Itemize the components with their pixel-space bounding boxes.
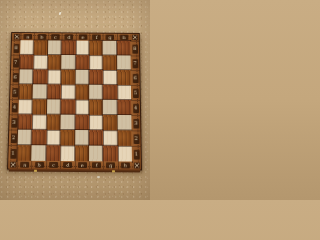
- coord-glyph: 3: [134, 121, 137, 126]
- square-g7: [103, 55, 117, 70]
- square-f5: [89, 85, 103, 100]
- coord-block: 4: [11, 102, 17, 112]
- square-d8: [62, 41, 76, 56]
- coord-right-5: 5: [131, 85, 140, 100]
- coord-glyph: f: [96, 35, 98, 40]
- square-b3: [32, 114, 46, 129]
- square-a6: [19, 69, 33, 84]
- coord-top-d: d: [62, 33, 76, 40]
- square-f2: [89, 130, 103, 146]
- coord-glyph: g: [109, 35, 112, 40]
- corner-ornament: [12, 33, 21, 40]
- coord-block: c: [49, 162, 58, 168]
- corner-ornament: [130, 34, 139, 41]
- coord-glyph: 6: [14, 75, 17, 80]
- square-e6: [75, 70, 89, 85]
- coord-block: c: [51, 34, 60, 39]
- coord-glyph: 1: [11, 151, 14, 156]
- coord-glyph: b: [38, 162, 41, 167]
- square-h8: [117, 41, 131, 56]
- square-f4: [89, 100, 103, 115]
- coord-block: 6: [12, 73, 18, 82]
- coord-top-g: g: [103, 34, 117, 41]
- square-b8: [34, 40, 48, 55]
- coord-right-8: 8: [130, 41, 139, 56]
- coord-glyph: 2: [12, 135, 15, 140]
- coord-bottom-h: h: [118, 161, 132, 169]
- square-c4: [47, 99, 61, 114]
- square-e1: [75, 145, 89, 161]
- coord-bottom-d: d: [60, 161, 74, 169]
- coord-bottom-c: c: [46, 161, 60, 169]
- square-h3: [117, 115, 131, 130]
- coord-glyph: 4: [134, 106, 137, 111]
- square-f3: [89, 115, 103, 130]
- square-d6: [61, 70, 75, 85]
- square-h2: [117, 130, 131, 146]
- coord-block: 4: [133, 103, 139, 113]
- coord-block: a: [20, 162, 29, 168]
- coord-glyph: d: [66, 163, 69, 168]
- coord-block: g: [106, 162, 115, 168]
- coord-glyph: g: [109, 163, 112, 168]
- coord-glyph: 5: [13, 90, 16, 95]
- coord-right-2: 2: [131, 130, 140, 146]
- coord-block: 5: [132, 88, 138, 97]
- coord-block: 2: [10, 133, 16, 143]
- coord-glyph: 8: [14, 46, 17, 51]
- square-h7: [117, 55, 131, 70]
- square-d2: [60, 130, 74, 146]
- coord-block: b: [35, 162, 44, 168]
- coord-glyph: 3: [12, 120, 15, 125]
- square-g8: [103, 41, 117, 56]
- coord-left-8: 8: [11, 40, 20, 55]
- coord-block: 2: [133, 134, 139, 144]
- square-g6: [103, 70, 117, 85]
- coord-glyph: b: [40, 35, 43, 40]
- corner-ornament: [8, 161, 17, 169]
- coord-right-1: 1: [132, 146, 141, 162]
- coord-top-a: a: [21, 33, 35, 40]
- coord-top-h: h: [117, 34, 131, 41]
- square-g2: [103, 130, 117, 146]
- square-h5: [117, 85, 131, 100]
- rosette-icon: [10, 162, 16, 168]
- square-b5: [33, 84, 47, 99]
- coord-left-5: 5: [10, 84, 19, 99]
- chess-board: abcdefgh8877665544332211abcdefgh: [7, 32, 142, 170]
- coord-glyph: f: [96, 163, 98, 168]
- square-b1: [32, 145, 47, 161]
- coord-glyph: e: [81, 163, 84, 168]
- coord-block: 8: [132, 44, 138, 53]
- square-a3: [18, 114, 33, 129]
- square-f8: [89, 41, 103, 56]
- coord-left-6: 6: [11, 69, 20, 84]
- coord-block: 1: [10, 148, 16, 158]
- rosette-icon: [13, 34, 19, 39]
- square-g4: [103, 100, 117, 115]
- coord-glyph: d: [68, 35, 71, 40]
- square-e4: [75, 100, 89, 115]
- square-b6: [33, 69, 47, 84]
- square-e7: [75, 55, 89, 70]
- coord-right-3: 3: [131, 115, 140, 130]
- coord-glyph: 5: [134, 91, 137, 96]
- coord-right-4: 4: [131, 100, 140, 115]
- coord-block: b: [37, 34, 46, 39]
- coord-bottom-f: f: [89, 161, 103, 169]
- square-c3: [46, 115, 60, 130]
- coord-block: g: [106, 35, 115, 40]
- brass-hinge: [34, 169, 37, 171]
- square-a7: [20, 55, 34, 70]
- coord-top-e: e: [75, 33, 89, 40]
- coord-right-6: 6: [131, 70, 140, 85]
- square-f7: [89, 55, 103, 70]
- square-a5: [19, 84, 33, 99]
- square-c2: [46, 130, 60, 146]
- square-h4: [117, 100, 131, 115]
- coord-block: 6: [132, 73, 138, 82]
- coord-block: a: [24, 34, 33, 39]
- coord-glyph: 7: [133, 61, 136, 66]
- coord-block: 1: [133, 149, 139, 159]
- coord-left-1: 1: [8, 145, 17, 161]
- square-d4: [61, 99, 75, 114]
- coord-block: h: [120, 35, 129, 40]
- coord-left-3: 3: [9, 114, 18, 129]
- coord-block: d: [65, 34, 74, 39]
- coord-glyph: a: [23, 162, 26, 167]
- square-a8: [20, 40, 34, 55]
- coord-glyph: 8: [133, 46, 136, 51]
- coord-block: 7: [13, 58, 19, 67]
- square-h1: [117, 146, 131, 162]
- coord-top-b: b: [34, 33, 48, 40]
- square-g1: [103, 146, 117, 162]
- square-c8: [48, 40, 62, 55]
- square-b4: [33, 99, 47, 114]
- coord-glyph: h: [122, 35, 125, 40]
- square-c7: [47, 55, 61, 70]
- square-a1: [17, 145, 32, 161]
- corner-ornament: [132, 162, 141, 170]
- coord-left-2: 2: [9, 130, 18, 146]
- coord-right-7: 7: [131, 55, 140, 70]
- coord-block: 5: [12, 87, 18, 96]
- coord-block: 8: [13, 43, 19, 52]
- coord-block: e: [78, 34, 87, 39]
- coord-glyph: 1: [135, 152, 138, 157]
- square-b7: [34, 55, 48, 70]
- coord-glyph: a: [26, 34, 29, 39]
- coord-block: f: [92, 34, 101, 39]
- coord-glyph: e: [81, 35, 84, 40]
- square-d3: [61, 115, 75, 130]
- rosette-icon: [132, 35, 138, 40]
- coord-block: e: [78, 162, 87, 168]
- coord-bottom-a: a: [17, 161, 32, 169]
- square-c6: [47, 70, 61, 85]
- coord-block: d: [63, 162, 72, 168]
- square-b2: [32, 130, 47, 146]
- square-e2: [75, 130, 89, 146]
- square-a4: [19, 99, 33, 114]
- square-h6: [117, 70, 131, 85]
- square-f6: [89, 70, 103, 85]
- coord-glyph: 7: [14, 60, 17, 65]
- coord-glyph: h: [124, 163, 127, 168]
- coord-left-4: 4: [10, 99, 19, 114]
- coord-glyph: c: [52, 162, 55, 167]
- square-e3: [75, 115, 89, 130]
- square-d7: [61, 55, 75, 70]
- brass-hinge: [112, 170, 115, 172]
- coord-glyph: 4: [13, 105, 16, 110]
- square-g3: [103, 115, 117, 130]
- coord-glyph: c: [54, 35, 57, 40]
- coord-block: 7: [132, 59, 138, 68]
- lint-speck: [97, 176, 100, 178]
- coord-bottom-g: g: [103, 161, 117, 169]
- coord-bottom-b: b: [31, 161, 46, 169]
- coord-left-7: 7: [11, 55, 20, 70]
- square-g5: [103, 85, 117, 100]
- square-e5: [75, 85, 89, 100]
- rosette-icon: [133, 163, 139, 169]
- square-e8: [75, 41, 89, 56]
- coord-block: 3: [11, 118, 17, 128]
- square-c5: [47, 84, 61, 99]
- coord-top-f: f: [89, 33, 103, 40]
- coord-block: 3: [133, 118, 139, 128]
- square-d1: [60, 145, 74, 161]
- coord-block: h: [121, 162, 130, 168]
- coord-top-c: c: [48, 33, 62, 40]
- coord-bottom-e: e: [75, 161, 89, 169]
- square-a2: [18, 130, 33, 146]
- coord-glyph: 2: [134, 136, 137, 141]
- coord-glyph: 6: [134, 76, 137, 81]
- square-d5: [61, 84, 75, 99]
- square-c1: [46, 145, 61, 161]
- square-f1: [89, 146, 103, 162]
- coord-block: f: [92, 162, 101, 168]
